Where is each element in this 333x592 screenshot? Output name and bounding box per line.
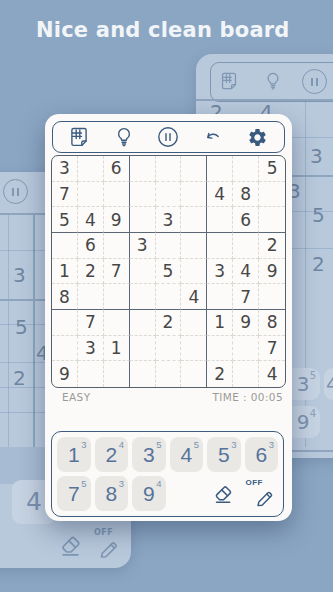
cell-r1c5[interactable] [156, 156, 182, 182]
cell-r8c1[interactable] [52, 336, 78, 362]
cell-r4c9[interactable]: 2 [259, 233, 285, 259]
cell-r3c8[interactable]: 6 [233, 207, 259, 233]
new-board-button[interactable] [66, 124, 92, 150]
cell-r3c7[interactable] [207, 207, 233, 233]
hint-bulb-icon [113, 126, 135, 148]
cell-r2c4[interactable] [130, 182, 156, 208]
cell-r6c6[interactable]: 4 [181, 284, 207, 310]
cell-r5c1[interactable]: 1 [52, 259, 78, 285]
cell-r1c6[interactable] [181, 156, 207, 182]
cell-r7c8[interactable]: 9 [233, 310, 259, 336]
cell-r7c3[interactable] [104, 310, 130, 336]
cell-r1c1[interactable]: 3 [52, 156, 78, 182]
cell-r9c8[interactable] [233, 361, 259, 387]
board-icon [219, 71, 239, 91]
hint-bulb-icon [263, 71, 283, 91]
pencil-off-label: OFF [94, 528, 113, 537]
cell-r5c6[interactable] [181, 259, 207, 285]
cell-r6c9[interactable] [259, 284, 285, 310]
cell-r5c9[interactable]: 9 [259, 259, 285, 285]
cell-r3c6[interactable] [181, 207, 207, 233]
undo-button[interactable] [200, 124, 226, 150]
difficulty-label: EASY [62, 391, 91, 403]
cell-r7c7[interactable]: 1 [207, 310, 233, 336]
numpad-key-7[interactable]: 75 [57, 476, 91, 511]
cell-r6c3[interactable] [104, 284, 130, 310]
screen: 2 4 3 3 5 2 3 5 4 9 4 3 [0, 0, 333, 592]
cell-r4c4[interactable]: 3 [130, 233, 156, 259]
cell-r3c5[interactable]: 3 [156, 207, 182, 233]
cell-r2c1[interactable]: 7 [52, 182, 78, 208]
pencil-off-label: OFF [246, 478, 264, 487]
timer-label: TIME : 00:05 [213, 391, 283, 403]
bg-numpad-key: 4 [324, 368, 333, 400]
cell-r8c3[interactable]: 1 [104, 336, 130, 362]
cell-r2c8[interactable]: 8 [233, 182, 259, 208]
cell-r1c8[interactable] [233, 156, 259, 182]
cell-r9c5[interactable] [156, 361, 182, 387]
bg-number: 3 [310, 146, 323, 166]
board-icon [68, 126, 90, 148]
cell-r5c8[interactable]: 4 [233, 259, 259, 285]
cell-r5c4[interactable] [130, 259, 156, 285]
bg-number: 2 [312, 254, 325, 274]
bg-number: 2 [13, 368, 26, 388]
cell-r8c9[interactable]: 7 [259, 336, 285, 362]
cell-r1c3[interactable]: 6 [104, 156, 130, 182]
pause-button[interactable] [155, 124, 181, 150]
bg-number: 3 [13, 265, 26, 285]
numpad-key-2[interactable]: 24 [95, 437, 129, 472]
cell-r7c5[interactable]: 2 [156, 310, 182, 336]
bg-number: 5 [312, 205, 325, 225]
cell-r9c2[interactable] [78, 361, 104, 387]
cell-r7c4[interactable] [130, 310, 156, 336]
cell-r7c6[interactable] [181, 310, 207, 336]
cell-r9c3[interactable] [104, 361, 130, 387]
cell-r4c2[interactable]: 6 [78, 233, 104, 259]
cell-r7c1[interactable] [52, 310, 78, 336]
cell-r8c6[interactable] [181, 336, 207, 362]
cell-r9c7[interactable]: 2 [207, 361, 233, 387]
numpad-key-4[interactable]: 45 [170, 437, 204, 472]
cell-r9c1[interactable]: 9 [52, 361, 78, 387]
sudoku-grid: 36574854936632127534984772198317924 [51, 155, 286, 388]
numpad-key-8[interactable]: 83 [95, 476, 129, 511]
cell-r4c3[interactable] [104, 233, 130, 259]
cell-r8c5[interactable] [156, 336, 182, 362]
numpad-key-1[interactable]: 13 [57, 437, 91, 472]
cell-r1c9[interactable]: 5 [259, 156, 285, 182]
cell-r2c7[interactable]: 4 [207, 182, 233, 208]
numpad-key-5[interactable]: 53 [207, 437, 241, 472]
cell-r9c6[interactable] [181, 361, 207, 387]
cell-r2c2[interactable] [78, 182, 104, 208]
cell-r5c7[interactable]: 3 [207, 259, 233, 285]
status-bar: EASY TIME : 00:05 [52, 391, 285, 403]
page-title: Nice and clean board [36, 18, 290, 42]
cell-r7c2[interactable]: 7 [78, 310, 104, 336]
cell-r5c5[interactable]: 5 [156, 259, 182, 285]
cell-r7c9[interactable]: 8 [259, 310, 285, 336]
eraser-button[interactable] [207, 476, 241, 511]
cell-r1c2[interactable] [78, 156, 104, 182]
numpad-key-3[interactable]: 35 [132, 437, 166, 472]
cell-r5c3[interactable]: 7 [104, 259, 130, 285]
cell-r4c6[interactable] [181, 233, 207, 259]
cell-r6c7[interactable] [207, 284, 233, 310]
cell-r2c9[interactable] [259, 182, 285, 208]
eraser-icon [207, 482, 241, 506]
number-pad: 132435455363758394 OFF [51, 431, 284, 517]
cell-r3c3[interactable]: 9 [104, 207, 130, 233]
undo-icon [202, 126, 224, 148]
pencil-icon [96, 537, 121, 562]
cell-r3c4[interactable] [130, 207, 156, 233]
cell-r4c1[interactable] [52, 233, 78, 259]
cell-r9c4[interactable] [130, 361, 156, 387]
sudoku-app-card: 36574854936632127534984772198317924 EASY… [45, 114, 292, 521]
pause-icon [156, 125, 180, 149]
cell-r2c3[interactable] [104, 182, 130, 208]
cell-r6c5[interactable] [156, 284, 182, 310]
cell-r1c7[interactable] [207, 156, 233, 182]
cell-r6c1[interactable]: 8 [52, 284, 78, 310]
cell-r8c4[interactable] [130, 336, 156, 362]
cell-r4c8[interactable] [233, 233, 259, 259]
pause-icon [302, 69, 327, 94]
cell-r6c4[interactable] [130, 284, 156, 310]
hint-button[interactable] [111, 124, 137, 150]
cell-r6c2[interactable] [78, 284, 104, 310]
cell-r1c4[interactable] [130, 156, 156, 182]
numpad-key-9[interactable]: 94 [132, 476, 166, 511]
pause-icon [3, 179, 28, 204]
cell-r9c9[interactable]: 4 [259, 361, 285, 387]
cell-r8c7[interactable] [207, 336, 233, 362]
pencil-toggle-button[interactable]: OFF [245, 476, 279, 511]
cell-r3c9[interactable] [259, 207, 285, 233]
settings-gear-icon [247, 127, 268, 148]
cell-r4c5[interactable] [156, 233, 182, 259]
bg-number: 5 [15, 317, 28, 337]
pencil-icon [253, 487, 276, 510]
cell-r8c2[interactable]: 3 [78, 336, 104, 362]
numpad-key-6[interactable]: 63 [245, 437, 279, 472]
cell-r5c2[interactable]: 2 [78, 259, 104, 285]
settings-button[interactable] [245, 124, 271, 150]
cell-r6c8[interactable]: 7 [233, 284, 259, 310]
cell-r4c7[interactable] [207, 233, 233, 259]
toolbar [52, 121, 285, 153]
cell-r2c6[interactable] [181, 182, 207, 208]
cell-r8c8[interactable] [233, 336, 259, 362]
eraser-icon [58, 532, 85, 559]
cell-r3c1[interactable]: 5 [52, 207, 78, 233]
cell-r2c5[interactable] [156, 182, 182, 208]
cell-r3c2[interactable]: 4 [78, 207, 104, 233]
